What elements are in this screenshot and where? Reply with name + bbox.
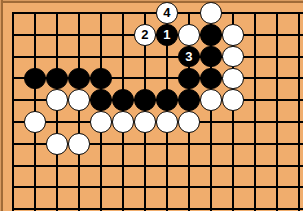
grid-line-vertical bbox=[78, 12, 80, 211]
stone-black bbox=[178, 68, 200, 90]
stone-white bbox=[134, 111, 156, 133]
stone-white bbox=[200, 2, 222, 24]
stone-white bbox=[200, 89, 222, 111]
stone-white bbox=[68, 89, 90, 111]
stone-black-move-3: 3 bbox=[178, 46, 200, 68]
stone-white-move-4: 4 bbox=[156, 2, 178, 24]
board-edge-left bbox=[1, 0, 3, 211]
stone-white bbox=[90, 111, 112, 133]
grid-line-vertical bbox=[56, 12, 58, 211]
stone-white bbox=[46, 133, 68, 155]
stone-black bbox=[90, 68, 112, 90]
stone-white bbox=[222, 89, 244, 111]
stone-white bbox=[178, 111, 200, 133]
go-board: 4213 bbox=[0, 0, 303, 211]
stone-white bbox=[68, 133, 90, 155]
grid-line-vertical bbox=[12, 12, 14, 211]
stone-white bbox=[46, 89, 68, 111]
stone-black bbox=[68, 68, 90, 90]
stone-white-move-2: 2 bbox=[134, 24, 156, 46]
stone-black bbox=[112, 89, 134, 111]
stone-black bbox=[134, 89, 156, 111]
board-edge-top bbox=[0, 1, 303, 3]
stone-white bbox=[222, 68, 244, 90]
stone-white bbox=[222, 24, 244, 46]
stone-black bbox=[46, 68, 68, 90]
stone-black bbox=[178, 89, 200, 111]
stone-white bbox=[24, 111, 46, 133]
grid-line-vertical bbox=[276, 12, 278, 211]
grid-line-vertical bbox=[254, 12, 256, 211]
stone-black bbox=[90, 89, 112, 111]
stone-black bbox=[200, 46, 222, 68]
stone-black bbox=[24, 68, 46, 90]
stone-black bbox=[200, 68, 222, 90]
stone-white bbox=[178, 24, 200, 46]
stone-black-move-1: 1 bbox=[156, 24, 178, 46]
grid-line-vertical bbox=[298, 12, 300, 211]
stone-white bbox=[156, 111, 178, 133]
stone-black bbox=[156, 89, 178, 111]
stone-white bbox=[112, 111, 134, 133]
stone-black bbox=[200, 24, 222, 46]
stone-white bbox=[222, 46, 244, 68]
